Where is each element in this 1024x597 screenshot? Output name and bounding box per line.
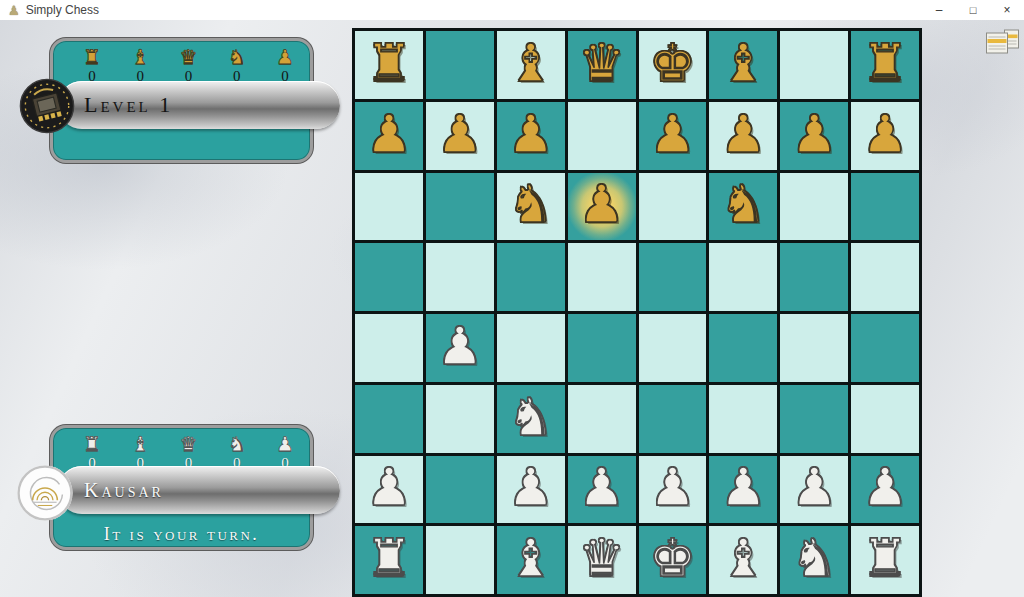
cpu-chip-icon bbox=[19, 78, 75, 134]
white-pawn-b4[interactable]: ♟ bbox=[437, 320, 484, 372]
pawn-icon: ♟ bbox=[276, 433, 294, 455]
black-rook-a8[interactable]: ♜ bbox=[366, 37, 413, 89]
black-pawn-d6[interactable]: ♟ bbox=[578, 178, 625, 230]
square-b1[interactable] bbox=[426, 526, 494, 594]
opponent-name-bar: Level 1 bbox=[58, 81, 340, 129]
square-b8[interactable] bbox=[426, 31, 494, 99]
opponent-name: Level 1 bbox=[58, 92, 173, 118]
white-king-e1[interactable]: ♚ bbox=[649, 532, 696, 584]
black-pawn-e7[interactable]: ♟ bbox=[649, 108, 696, 160]
square-a2[interactable]: ♟ bbox=[355, 456, 423, 524]
captured-bishop-column: ♝0 bbox=[123, 46, 157, 84]
square-e4[interactable] bbox=[639, 314, 707, 382]
square-d7[interactable] bbox=[568, 102, 636, 170]
pawn-icon: ♟ bbox=[276, 46, 294, 68]
square-d4[interactable] bbox=[568, 314, 636, 382]
white-pawn-a2[interactable]: ♟ bbox=[366, 461, 413, 513]
square-b3[interactable] bbox=[426, 385, 494, 453]
square-a8[interactable]: ♜ bbox=[355, 31, 423, 99]
square-g4[interactable] bbox=[780, 314, 848, 382]
square-a4[interactable] bbox=[355, 314, 423, 382]
square-e6[interactable] bbox=[639, 173, 707, 241]
white-pawn-e2[interactable]: ♟ bbox=[649, 461, 696, 513]
app-pawn-icon: ♟ bbox=[8, 4, 20, 17]
square-c1[interactable]: ♝ bbox=[497, 526, 565, 594]
square-c7[interactable]: ♟ bbox=[497, 102, 565, 170]
white-pawn-f2[interactable]: ♟ bbox=[720, 461, 767, 513]
knight-icon: ♞ bbox=[228, 433, 246, 455]
white-pawn-g2[interactable]: ♟ bbox=[791, 461, 838, 513]
square-a7[interactable]: ♟ bbox=[355, 102, 423, 170]
queen-icon: ♛ bbox=[180, 433, 198, 455]
square-f6[interactable]: ♞ bbox=[709, 173, 777, 241]
square-c4[interactable] bbox=[497, 314, 565, 382]
rook-icon: ♜ bbox=[83, 433, 101, 455]
black-pawn-g7[interactable]: ♟ bbox=[791, 108, 838, 160]
square-b6[interactable] bbox=[426, 173, 494, 241]
square-d2[interactable]: ♟ bbox=[568, 456, 636, 524]
white-pawn-d2[interactable]: ♟ bbox=[578, 461, 625, 513]
square-g6[interactable] bbox=[780, 173, 848, 241]
square-e5[interactable] bbox=[639, 243, 707, 311]
square-g8[interactable] bbox=[780, 31, 848, 99]
black-knight-c6[interactable]: ♞ bbox=[507, 178, 554, 230]
square-h6[interactable] bbox=[851, 173, 919, 241]
square-h8[interactable]: ♜ bbox=[851, 31, 919, 99]
square-c5[interactable] bbox=[497, 243, 565, 311]
move-list-icon[interactable] bbox=[985, 29, 1022, 56]
black-knight-f6[interactable]: ♞ bbox=[720, 178, 767, 230]
square-e1[interactable]: ♚ bbox=[639, 526, 707, 594]
black-pawn-b7[interactable]: ♟ bbox=[437, 108, 484, 160]
captured-knight-column: ♞0 bbox=[220, 46, 254, 84]
close-button[interactable]: × bbox=[990, 0, 1024, 20]
white-pawn-c2[interactable]: ♟ bbox=[507, 461, 554, 513]
square-g7[interactable]: ♟ bbox=[780, 102, 848, 170]
black-rook-h8[interactable]: ♜ bbox=[862, 37, 909, 89]
square-f8[interactable]: ♝ bbox=[709, 31, 777, 99]
minimize-button[interactable]: – bbox=[922, 0, 956, 20]
black-pawn-h7[interactable]: ♟ bbox=[862, 108, 909, 160]
maximize-button[interactable]: □ bbox=[956, 0, 990, 20]
square-b2[interactable] bbox=[426, 456, 494, 524]
window-title: Simply Chess bbox=[26, 3, 99, 17]
white-queen-d1[interactable]: ♛ bbox=[578, 532, 625, 584]
square-h1[interactable]: ♜ bbox=[851, 526, 919, 594]
square-e7[interactable]: ♟ bbox=[639, 102, 707, 170]
black-pawn-c7[interactable]: ♟ bbox=[507, 108, 554, 160]
square-h2[interactable]: ♟ bbox=[851, 456, 919, 524]
player-name-bar: Kausar bbox=[58, 466, 340, 514]
white-bishop-c1[interactable]: ♝ bbox=[507, 532, 554, 584]
rook-icon: ♜ bbox=[83, 46, 101, 68]
bishop-icon: ♝ bbox=[131, 433, 149, 455]
square-b7[interactable]: ♟ bbox=[426, 102, 494, 170]
square-e8[interactable]: ♚ bbox=[639, 31, 707, 99]
square-e2[interactable]: ♟ bbox=[639, 456, 707, 524]
white-knight-c3[interactable]: ♞ bbox=[507, 391, 554, 443]
black-king-e8[interactable]: ♚ bbox=[649, 37, 696, 89]
turn-status: It is your turn. bbox=[53, 524, 310, 545]
square-d1[interactable]: ♛ bbox=[568, 526, 636, 594]
square-d3[interactable] bbox=[568, 385, 636, 453]
black-bishop-f8[interactable]: ♝ bbox=[720, 37, 767, 89]
square-g3[interactable] bbox=[780, 385, 848, 453]
captured-rook-column: ♜0 bbox=[75, 46, 109, 84]
square-d8[interactable]: ♛ bbox=[568, 31, 636, 99]
square-a6[interactable] bbox=[355, 173, 423, 241]
white-pawn-h2[interactable]: ♟ bbox=[862, 461, 909, 513]
app-window: ♟ Simply Chess – □ × ♜0♝0♛0♞0♟0 Level 1 bbox=[0, 0, 1024, 597]
square-h5[interactable] bbox=[851, 243, 919, 311]
square-h4[interactable] bbox=[851, 314, 919, 382]
square-f2[interactable]: ♟ bbox=[709, 456, 777, 524]
square-h7[interactable]: ♟ bbox=[851, 102, 919, 170]
square-g5[interactable] bbox=[780, 243, 848, 311]
black-pawn-a7[interactable]: ♟ bbox=[366, 108, 413, 160]
square-c8[interactable]: ♝ bbox=[497, 31, 565, 99]
knight-icon: ♞ bbox=[228, 46, 246, 68]
square-f1[interactable]: ♝ bbox=[709, 526, 777, 594]
square-c6[interactable]: ♞ bbox=[497, 173, 565, 241]
queen-icon: ♛ bbox=[180, 46, 198, 68]
title-bar: ♟ Simply Chess – □ × bbox=[0, 0, 1024, 20]
white-bishop-f1[interactable]: ♝ bbox=[720, 532, 767, 584]
square-f7[interactable]: ♟ bbox=[709, 102, 777, 170]
square-f3[interactable] bbox=[709, 385, 777, 453]
white-knight-g1[interactable]: ♞ bbox=[791, 532, 838, 584]
square-b5[interactable] bbox=[426, 243, 494, 311]
bishop-icon: ♝ bbox=[131, 46, 149, 68]
opponent-panel: ♜0♝0♛0♞0♟0 Level 1 bbox=[50, 38, 313, 163]
square-a3[interactable] bbox=[355, 385, 423, 453]
square-b4[interactable]: ♟ bbox=[426, 314, 494, 382]
square-a1[interactable]: ♜ bbox=[355, 526, 423, 594]
black-bishop-c8[interactable]: ♝ bbox=[507, 37, 554, 89]
square-e3[interactable] bbox=[639, 385, 707, 453]
square-c2[interactable]: ♟ bbox=[497, 456, 565, 524]
black-pawn-f7[interactable]: ♟ bbox=[720, 108, 767, 160]
square-d6[interactable]: ♟ bbox=[568, 173, 636, 241]
window-controls: – □ × bbox=[922, 0, 1024, 20]
square-c3[interactable]: ♞ bbox=[497, 385, 565, 453]
square-f5[interactable] bbox=[709, 243, 777, 311]
captured-queen-column: ♛0 bbox=[172, 46, 206, 84]
square-d5[interactable] bbox=[568, 243, 636, 311]
square-f4[interactable] bbox=[709, 314, 777, 382]
arch-logo-icon bbox=[16, 464, 74, 522]
white-rook-a1[interactable]: ♜ bbox=[366, 532, 413, 584]
square-g2[interactable]: ♟ bbox=[780, 456, 848, 524]
white-rook-h1[interactable]: ♜ bbox=[862, 532, 909, 584]
black-queen-d8[interactable]: ♛ bbox=[578, 37, 625, 89]
player-panel: ♜0♝0♛0♞0♟0 Kausar It is your turn. bbox=[50, 425, 313, 550]
chess-board[interactable]: ♜♝♛♚♝♜♟♟♟♟♟♟♟♞♟♞♟♞♟♟♟♟♟♟♟♜♝♛♚♝♞♜ bbox=[352, 28, 922, 597]
square-g1[interactable]: ♞ bbox=[780, 526, 848, 594]
game-area: ♜0♝0♛0♞0♟0 Level 1 bbox=[0, 20, 1024, 597]
square-a5[interactable] bbox=[355, 243, 423, 311]
captured-pawn-column: ♟0 bbox=[268, 46, 302, 84]
square-h3[interactable] bbox=[851, 385, 919, 453]
